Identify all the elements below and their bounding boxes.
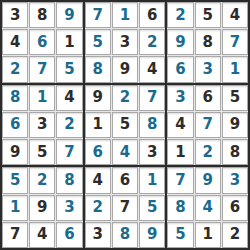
cell-r4c3[interactable]: 4 xyxy=(56,85,82,111)
cell-r6c4[interactable]: 6 xyxy=(85,139,111,165)
cell-r7c3[interactable]: 8 xyxy=(56,167,82,193)
cell-r8c2[interactable]: 9 xyxy=(29,195,55,221)
cell-r1c7[interactable]: 2 xyxy=(167,2,193,28)
cell-r9c5[interactable]: 8 xyxy=(112,222,138,248)
cell-r3c5[interactable]: 9 xyxy=(112,56,138,82)
cell-r9c6[interactable]: 9 xyxy=(139,222,165,248)
cell-r1c4[interactable]: 7 xyxy=(85,2,111,28)
cell-r8c6[interactable]: 5 xyxy=(139,195,165,221)
cell-r3c2[interactable]: 7 xyxy=(29,56,55,82)
cell-r1c3[interactable]: 9 xyxy=(56,2,82,28)
cell-r9c8[interactable]: 1 xyxy=(195,222,221,248)
cell-r2c3[interactable]: 1 xyxy=(56,29,82,55)
cell-r9c1[interactable]: 7 xyxy=(2,222,28,248)
cell-r6c3[interactable]: 7 xyxy=(56,139,82,165)
cell-r3c9[interactable]: 1 xyxy=(222,56,248,82)
cell-r4c5[interactable]: 2 xyxy=(112,85,138,111)
cell-r4c4[interactable]: 9 xyxy=(85,85,111,111)
cell-r3c1[interactable]: 2 xyxy=(2,56,28,82)
cell-r9c4[interactable]: 3 xyxy=(85,222,111,248)
cell-r6c6[interactable]: 3 xyxy=(139,139,165,165)
cell-r4c6[interactable]: 7 xyxy=(139,85,165,111)
cell-r1c6[interactable]: 6 xyxy=(139,2,165,28)
cell-r1c8[interactable]: 5 xyxy=(195,2,221,28)
sudoku-box-3-2: 461275389 xyxy=(85,167,166,248)
cell-r2c6[interactable]: 2 xyxy=(139,29,165,55)
cell-r6c5[interactable]: 4 xyxy=(112,139,138,165)
sudoku-box-2-1: 814632957 xyxy=(2,85,83,166)
cell-r5c8[interactable]: 7 xyxy=(195,112,221,138)
cell-r3c3[interactable]: 5 xyxy=(56,56,82,82)
cell-r2c7[interactable]: 9 xyxy=(167,29,193,55)
cell-r8c7[interactable]: 8 xyxy=(167,195,193,221)
cell-r6c1[interactable]: 9 xyxy=(2,139,28,165)
cell-r2c4[interactable]: 5 xyxy=(85,29,111,55)
cell-r5c7[interactable]: 4 xyxy=(167,112,193,138)
cell-r1c5[interactable]: 1 xyxy=(112,2,138,28)
cell-r5c3[interactable]: 2 xyxy=(56,112,82,138)
sudoku-box-1-3: 254987631 xyxy=(167,2,248,83)
cell-r6c9[interactable]: 8 xyxy=(222,139,248,165)
cell-r7c7[interactable]: 7 xyxy=(167,167,193,193)
cell-r8c3[interactable]: 3 xyxy=(56,195,82,221)
cell-r1c2[interactable]: 8 xyxy=(29,2,55,28)
sudoku-box-3-1: 528193746 xyxy=(2,167,83,248)
cell-r8c5[interactable]: 7 xyxy=(112,195,138,221)
cell-r5c4[interactable]: 1 xyxy=(85,112,111,138)
cell-r1c9[interactable]: 4 xyxy=(222,2,248,28)
cell-r2c5[interactable]: 3 xyxy=(112,29,138,55)
cell-r2c9[interactable]: 7 xyxy=(222,29,248,55)
cell-r8c9[interactable]: 6 xyxy=(222,195,248,221)
cell-r9c3[interactable]: 6 xyxy=(56,222,82,248)
cell-r3c4[interactable]: 8 xyxy=(85,56,111,82)
sudoku-box-2-3: 365479128 xyxy=(167,85,248,166)
cell-r4c2[interactable]: 1 xyxy=(29,85,55,111)
cell-r7c1[interactable]: 5 xyxy=(2,167,28,193)
cell-r1c1[interactable]: 3 xyxy=(2,2,28,28)
cell-r3c7[interactable]: 6 xyxy=(167,56,193,82)
cell-r2c2[interactable]: 6 xyxy=(29,29,55,55)
sudoku-box-1-2: 716532894 xyxy=(85,2,166,83)
sudoku-box-2-2: 927158643 xyxy=(85,85,166,166)
cell-r3c6[interactable]: 4 xyxy=(139,56,165,82)
cell-r5c2[interactable]: 3 xyxy=(29,112,55,138)
cell-r5c1[interactable]: 6 xyxy=(2,112,28,138)
sudoku-box-1-1: 389461275 xyxy=(2,2,83,83)
cell-r8c8[interactable]: 4 xyxy=(195,195,221,221)
cell-r5c9[interactable]: 9 xyxy=(222,112,248,138)
cell-r4c8[interactable]: 6 xyxy=(195,85,221,111)
cell-r4c7[interactable]: 3 xyxy=(167,85,193,111)
cell-r8c1[interactable]: 1 xyxy=(2,195,28,221)
cell-r4c9[interactable]: 5 xyxy=(222,85,248,111)
cell-r3c8[interactable]: 3 xyxy=(195,56,221,82)
cell-r2c1[interactable]: 4 xyxy=(2,29,28,55)
cell-r6c8[interactable]: 2 xyxy=(195,139,221,165)
cell-r7c9[interactable]: 3 xyxy=(222,167,248,193)
cell-r6c7[interactable]: 1 xyxy=(167,139,193,165)
cell-r6c2[interactable]: 5 xyxy=(29,139,55,165)
cell-r9c7[interactable]: 5 xyxy=(167,222,193,248)
cell-r7c2[interactable]: 2 xyxy=(29,167,55,193)
cell-r5c5[interactable]: 5 xyxy=(112,112,138,138)
cell-r8c4[interactable]: 2 xyxy=(85,195,111,221)
cell-r7c6[interactable]: 1 xyxy=(139,167,165,193)
cell-r7c4[interactable]: 4 xyxy=(85,167,111,193)
cell-r7c8[interactable]: 9 xyxy=(195,167,221,193)
sudoku-box-3-3: 793846512 xyxy=(167,167,248,248)
cell-r7c5[interactable]: 6 xyxy=(112,167,138,193)
cell-r5c6[interactable]: 8 xyxy=(139,112,165,138)
cell-r4c1[interactable]: 8 xyxy=(2,85,28,111)
cell-r9c9[interactable]: 2 xyxy=(222,222,248,248)
cell-r9c2[interactable]: 4 xyxy=(29,222,55,248)
sudoku-board: 3894612757165328942549876318146329579271… xyxy=(0,0,250,250)
cell-r2c8[interactable]: 8 xyxy=(195,29,221,55)
